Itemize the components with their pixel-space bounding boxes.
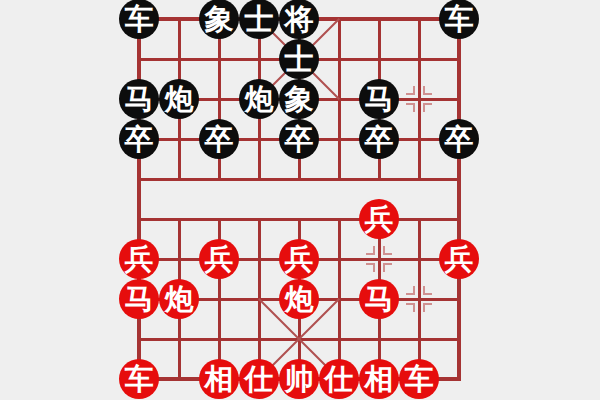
marker-corner-tl <box>406 286 415 295</box>
red-pawn[interactable]: 兵 <box>119 239 159 279</box>
black-pawn[interactable]: 卒 <box>279 119 319 159</box>
marker-corner-bl <box>406 103 415 112</box>
red-horse[interactable]: 马 <box>359 279 399 319</box>
red-horse[interactable]: 马 <box>119 279 159 319</box>
red-pawn[interactable]: 兵 <box>359 199 399 239</box>
black-elephant[interactable]: 象 <box>279 79 319 119</box>
marker-corner-tl <box>366 246 375 255</box>
black-pawn[interactable]: 卒 <box>119 119 159 159</box>
red-chariot[interactable]: 车 <box>119 359 159 399</box>
black-advisor[interactable]: 士 <box>239 0 279 39</box>
black-advisor[interactable]: 士 <box>279 39 319 79</box>
xiangqi-board: 车象士将车士马炮炮象马卒卒卒卒卒兵兵兵兵兵马炮炮马车相仕帅仕相车 <box>0 0 600 400</box>
last-move-marker <box>406 86 432 112</box>
last-move-marker <box>406 286 432 312</box>
red-cannon[interactable]: 炮 <box>279 279 319 319</box>
marker-corner-br <box>423 303 432 312</box>
black-chariot[interactable]: 车 <box>439 0 479 39</box>
black-pawn[interactable]: 卒 <box>199 119 239 159</box>
red-general[interactable]: 帅 <box>279 359 319 399</box>
red-elephant[interactable]: 相 <box>359 359 399 399</box>
red-pawn[interactable]: 兵 <box>279 239 319 279</box>
red-advisor[interactable]: 仕 <box>319 359 359 399</box>
red-cannon[interactable]: 炮 <box>159 279 199 319</box>
marker-corner-br <box>383 263 392 272</box>
black-horse[interactable]: 马 <box>119 79 159 119</box>
black-elephant[interactable]: 象 <box>199 0 239 39</box>
red-pawn[interactable]: 兵 <box>199 239 239 279</box>
black-pawn[interactable]: 卒 <box>439 119 479 159</box>
marker-corner-tr <box>383 246 392 255</box>
black-general[interactable]: 将 <box>279 0 319 39</box>
marker-corner-bl <box>406 303 415 312</box>
marker-corner-tr <box>423 286 432 295</box>
red-elephant[interactable]: 相 <box>199 359 239 399</box>
black-chariot[interactable]: 车 <box>119 0 159 39</box>
black-pawn[interactable]: 卒 <box>359 119 399 159</box>
marker-corner-tl <box>406 86 415 95</box>
red-pawn[interactable]: 兵 <box>439 239 479 279</box>
marker-corner-bl <box>366 263 375 272</box>
marker-corner-br <box>423 103 432 112</box>
black-cannon[interactable]: 炮 <box>159 79 199 119</box>
marker-corner-tr <box>423 86 432 95</box>
red-chariot[interactable]: 车 <box>399 359 439 399</box>
last-move-marker <box>366 246 392 272</box>
red-advisor[interactable]: 仕 <box>239 359 279 399</box>
black-cannon[interactable]: 炮 <box>239 79 279 119</box>
black-horse[interactable]: 马 <box>359 79 399 119</box>
